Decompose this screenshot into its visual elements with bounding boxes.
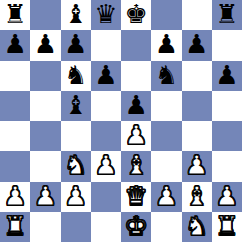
square-d4[interactable] — [91, 121, 121, 151]
square-b6[interactable] — [30, 61, 60, 91]
piece-black-pawn[interactable]: ♟ — [185, 31, 208, 57]
square-b2[interactable]: ♟ — [30, 182, 60, 212]
piece-black-pawn[interactable]: ♟ — [94, 62, 117, 88]
piece-white-pawn[interactable]: ♟ — [3, 183, 26, 209]
square-e6[interactable] — [121, 61, 151, 91]
square-d2[interactable] — [91, 182, 121, 212]
square-a2[interactable]: ♟ — [0, 182, 30, 212]
square-g2[interactable]: ♝ — [182, 182, 212, 212]
square-d7[interactable] — [91, 30, 121, 60]
square-b5[interactable] — [30, 91, 60, 121]
square-a4[interactable] — [0, 121, 30, 151]
square-h6[interactable]: ♟ — [212, 61, 242, 91]
square-e8[interactable]: ♚ — [121, 0, 151, 30]
piece-white-bishop[interactable]: ♝ — [185, 183, 208, 209]
square-b1[interactable] — [30, 212, 60, 242]
square-f3[interactable] — [151, 151, 181, 181]
square-a3[interactable] — [0, 151, 30, 181]
square-c2[interactable]: ♟ — [61, 182, 91, 212]
square-h2[interactable]: ♟ — [212, 182, 242, 212]
square-e5[interactable]: ♟ — [121, 91, 151, 121]
square-e7[interactable] — [121, 30, 151, 60]
square-f8[interactable] — [151, 0, 181, 30]
square-g7[interactable]: ♟ — [182, 30, 212, 60]
piece-black-pawn[interactable]: ♟ — [3, 31, 26, 57]
square-g3[interactable]: ♟ — [182, 151, 212, 181]
piece-black-queen[interactable]: ♛ — [94, 1, 117, 27]
square-h5[interactable] — [212, 91, 242, 121]
square-c3[interactable]: ♞ — [61, 151, 91, 181]
square-f4[interactable] — [151, 121, 181, 151]
square-a1[interactable]: ♜ — [0, 212, 30, 242]
square-e1[interactable]: ♚ — [121, 212, 151, 242]
piece-white-queen[interactable]: ♛ — [124, 183, 147, 209]
square-c7[interactable]: ♟ — [61, 30, 91, 60]
piece-white-pawn[interactable]: ♟ — [215, 183, 238, 209]
square-d3[interactable]: ♟ — [91, 151, 121, 181]
square-a5[interactable] — [0, 91, 30, 121]
piece-white-pawn[interactable]: ♟ — [185, 152, 208, 178]
square-d8[interactable]: ♛ — [91, 0, 121, 30]
square-b7[interactable]: ♟ — [30, 30, 60, 60]
square-h7[interactable] — [212, 30, 242, 60]
square-g4[interactable] — [182, 121, 212, 151]
piece-white-king[interactable]: ♚ — [124, 213, 147, 239]
square-h1[interactable]: ♜ — [212, 212, 242, 242]
square-b8[interactable] — [30, 0, 60, 30]
square-g8[interactable] — [182, 0, 212, 30]
square-f7[interactable]: ♟ — [151, 30, 181, 60]
square-a7[interactable]: ♟ — [0, 30, 30, 60]
piece-white-pawn[interactable]: ♟ — [124, 122, 147, 148]
piece-white-knight[interactable]: ♞ — [64, 152, 87, 178]
piece-black-pawn[interactable]: ♟ — [34, 31, 57, 57]
square-c1[interactable] — [61, 212, 91, 242]
square-h8[interactable]: ♜ — [212, 0, 242, 30]
square-e2[interactable]: ♛ — [121, 182, 151, 212]
piece-black-king[interactable]: ♚ — [124, 1, 147, 27]
square-f1[interactable] — [151, 212, 181, 242]
piece-black-rook[interactable]: ♜ — [215, 1, 238, 27]
piece-black-pawn[interactable]: ♟ — [215, 62, 238, 88]
square-b3[interactable] — [30, 151, 60, 181]
square-c5[interactable]: ♝ — [61, 91, 91, 121]
square-e4[interactable]: ♟ — [121, 121, 151, 151]
square-h3[interactable] — [212, 151, 242, 181]
square-g6[interactable] — [182, 61, 212, 91]
square-d5[interactable] — [91, 91, 121, 121]
piece-black-bishop[interactable]: ♝ — [64, 92, 87, 118]
chess-board: ♜♝♛♚♜♟♟♟♟♟♞♟♞♟♝♟♟♞♟♝♟♟♟♟♛♟♝♟♜♚♞♜ — [0, 0, 242, 242]
piece-black-pawn[interactable]: ♟ — [124, 92, 147, 118]
square-g1[interactable]: ♞ — [182, 212, 212, 242]
square-c4[interactable] — [61, 121, 91, 151]
square-d6[interactable]: ♟ — [91, 61, 121, 91]
piece-white-pawn[interactable]: ♟ — [34, 183, 57, 209]
square-f2[interactable]: ♟ — [151, 182, 181, 212]
piece-black-rook[interactable]: ♜ — [3, 1, 26, 27]
piece-white-rook[interactable]: ♜ — [3, 213, 26, 239]
square-h4[interactable] — [212, 121, 242, 151]
piece-white-pawn[interactable]: ♟ — [64, 183, 87, 209]
square-f6[interactable]: ♞ — [151, 61, 181, 91]
piece-white-rook[interactable]: ♜ — [215, 213, 238, 239]
piece-black-knight[interactable]: ♞ — [64, 62, 87, 88]
square-c6[interactable]: ♞ — [61, 61, 91, 91]
piece-white-pawn[interactable]: ♟ — [155, 183, 178, 209]
square-b4[interactable] — [30, 121, 60, 151]
piece-white-bishop[interactable]: ♝ — [124, 152, 147, 178]
piece-white-pawn[interactable]: ♟ — [94, 152, 117, 178]
piece-black-pawn[interactable]: ♟ — [64, 31, 87, 57]
piece-black-bishop[interactable]: ♝ — [64, 1, 87, 27]
piece-white-knight[interactable]: ♞ — [185, 213, 208, 239]
piece-black-pawn[interactable]: ♟ — [155, 31, 178, 57]
square-a8[interactable]: ♜ — [0, 0, 30, 30]
square-a6[interactable] — [0, 61, 30, 91]
square-d1[interactable] — [91, 212, 121, 242]
square-g5[interactable] — [182, 91, 212, 121]
square-f5[interactable] — [151, 91, 181, 121]
square-e3[interactable]: ♝ — [121, 151, 151, 181]
piece-black-knight[interactable]: ♞ — [155, 62, 178, 88]
square-c8[interactable]: ♝ — [61, 0, 91, 30]
